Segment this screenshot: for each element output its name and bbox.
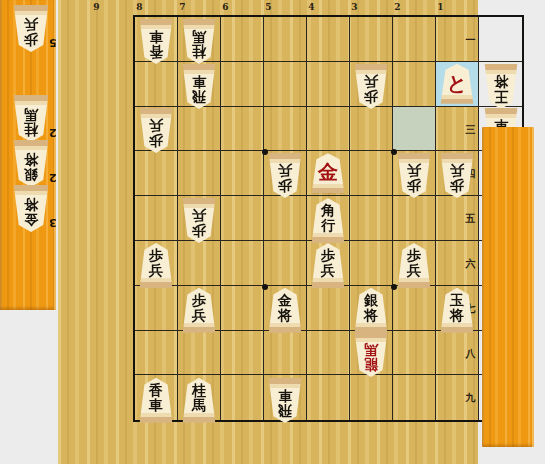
piece-kanji: 兵 [450,163,464,178]
piece-sente-lance[interactable]: 香車 [139,378,173,423]
piece-gote-silver[interactable]: 銀将 [13,140,49,187]
square-2d[interactable]: 歩兵 [436,151,479,196]
piece-gote-knight[interactable]: 桂馬 [182,19,216,64]
square-6d[interactable]: 歩兵 [264,151,307,196]
square-9e[interactable] [135,196,178,241]
piece-kanji: 将 [494,74,508,89]
piece-kanji: 歩 [364,89,378,104]
square-3i[interactable] [393,375,436,420]
square-6c[interactable] [264,107,307,152]
square-9f[interactable]: 歩兵 [135,241,178,286]
piece-gote-pawn[interactable]: 歩兵 [397,153,431,198]
piece-kanji: 金 [24,212,38,227]
piece-gote-pawn[interactable]: 歩兵 [354,64,388,109]
piece-gote-rook[interactable]: 飛車 [268,378,302,423]
piece-kanji: 将 [24,152,38,167]
piece-gote-king[interactable]: 王将 [484,64,518,109]
square-5e[interactable]: 角行 [307,196,350,241]
square-8g[interactable]: 歩兵 [178,286,221,331]
square-4i[interactable] [350,375,393,420]
star-point [262,284,268,290]
piece-kanji: 歩 [192,293,206,308]
piece-kanji: 香 [149,44,163,59]
piece-sente-pawn[interactable]: 歩兵 [311,243,345,288]
square-6a[interactable] [264,17,307,62]
square-3h[interactable] [393,331,436,376]
piece-kanji: 兵 [192,208,206,223]
shogi-board-panel: 987654321 一二三四五六七八九 香車桂馬飛車歩兵と王将歩兵香車歩兵金歩兵… [58,0,478,464]
file-label-7: 7 [161,2,204,12]
square-2c[interactable] [436,107,479,152]
piece-sente-pawn[interactable]: 歩兵 [139,243,173,288]
piece-gote-horse[interactable]: 龍馬 [354,332,388,377]
square-5a[interactable] [307,17,350,62]
piece-kanji: 香 [149,383,163,398]
square-3b[interactable] [393,62,436,107]
square-6g[interactable]: 金将 [264,286,307,331]
square-7a[interactable] [221,17,264,62]
square-5g[interactable] [307,286,350,331]
piece-kanji: 将 [364,308,378,323]
piece-kanji: 銀 [364,293,378,308]
piece-kanji: 歩 [149,133,163,148]
square-6h[interactable] [264,331,307,376]
star-point [391,284,397,290]
square-4f[interactable] [350,241,393,286]
piece-gote-pawn[interactable]: 歩兵 [182,198,216,243]
piece-kanji: 金 [318,162,338,182]
square-5i[interactable] [307,375,350,420]
square-9a[interactable]: 香車 [135,17,178,62]
square-9h[interactable] [135,331,178,376]
square-6e[interactable] [264,196,307,241]
square-9d[interactable] [135,151,178,196]
piece-kanji: 兵 [149,118,163,133]
piece-kanji: 車 [192,74,206,89]
square-2i[interactable] [436,375,479,420]
piece-kanji: 桂 [192,383,206,398]
square-9c[interactable]: 歩兵 [135,107,178,152]
piece-kanji: 角 [321,203,335,218]
piece-kanji: 将 [278,308,292,323]
gote-hand-pawn-count: 5 [49,36,57,49]
piece-gote-pawn[interactable]: 歩兵 [440,153,474,198]
square-4h[interactable]: 龍馬 [350,331,393,376]
file-label-8: 8 [118,2,161,12]
piece-kanji: 兵 [192,308,206,323]
square-6f[interactable] [264,241,307,286]
piece-kanji: 兵 [24,17,38,32]
square-4b[interactable]: 歩兵 [350,62,393,107]
board-grid: 香車桂馬飛車歩兵と王将歩兵香車歩兵金歩兵歩兵歩兵歩兵角行歩兵歩兵歩兵歩兵歩兵金将… [133,15,524,422]
square-2f[interactable] [436,241,479,286]
square-3c[interactable] [393,107,436,152]
square-8d[interactable] [178,151,221,196]
file-label-4: 4 [290,2,333,12]
square-8e[interactable]: 歩兵 [178,196,221,241]
piece-kanji: 玉 [450,293,464,308]
gote-hand-knight[interactable]: 桂馬2 [10,94,56,138]
piece-gote-gold[interactable]: 金将 [13,185,49,232]
file-label-3: 3 [333,2,376,12]
piece-kanji: 兵 [407,263,421,278]
piece-kanji: 金 [278,293,292,308]
piece-kanji: 馬 [24,107,38,122]
piece-gote-pawn[interactable]: 歩兵 [268,153,302,198]
square-3d[interactable]: 歩兵 [393,151,436,196]
square-5h[interactable] [307,331,350,376]
piece-gote-knight[interactable]: 桂馬 [13,95,49,142]
piece-sente-gold[interactable]: 金将 [268,288,302,333]
square-5d[interactable]: 金 [307,151,350,196]
square-8f[interactable] [178,241,221,286]
square-8c[interactable] [178,107,221,152]
sente-captured-pieces-stand [482,127,534,447]
piece-sente-bishop[interactable]: 角行 [311,198,345,243]
piece-sente-promoted-silver[interactable]: 金 [311,153,345,193]
square-2a[interactable] [436,17,479,62]
piece-kanji: 王 [494,89,508,104]
piece-kanji: 行 [321,218,335,233]
file-label-5: 5 [247,2,290,12]
square-6b[interactable] [264,62,307,107]
square-4d[interactable] [350,151,393,196]
square-3a[interactable] [393,17,436,62]
square-1b[interactable]: 王将 [479,62,522,107]
square-7b[interactable] [221,62,264,107]
piece-kanji: 歩 [149,248,163,263]
square-8b[interactable]: 飛車 [178,62,221,107]
square-4e[interactable] [350,196,393,241]
piece-kanji: 飛 [192,89,206,104]
piece-kanji: 馬 [192,398,206,413]
piece-kanji: 車 [278,388,292,403]
piece-kanji: 桂 [24,122,38,137]
piece-kanji: 銀 [24,167,38,182]
piece-sente-silver[interactable]: 銀将 [354,288,388,333]
square-8h[interactable] [178,331,221,376]
gote-hand-pawn[interactable]: 歩兵5 [10,4,56,48]
piece-kanji: 兵 [364,74,378,89]
square-3f[interactable]: 歩兵 [393,241,436,286]
square-2h[interactable] [436,331,479,376]
gote-hand-silver-count: 2 [49,171,57,184]
gote-captured-pieces-stand: 歩兵5桂馬2銀将2金将3 [0,0,56,310]
piece-kanji: 歩 [450,178,464,193]
square-3g[interactable] [393,286,436,331]
piece-kanji: 歩 [24,32,38,47]
square-6i[interactable]: 飛車 [264,375,307,420]
square-7f[interactable] [221,241,264,286]
piece-kanji: と [447,73,467,93]
square-4g[interactable]: 銀将 [350,286,393,331]
gote-hand-silver[interactable]: 銀将2 [10,139,56,183]
file-label-2: 2 [376,2,419,12]
file-label-1: 1 [419,2,462,12]
piece-sente-tokin[interactable]: と [440,64,474,104]
piece-sente-king[interactable]: 玉将 [440,288,474,333]
square-2b[interactable]: と [436,62,479,107]
gote-hand-knight-count: 2 [49,126,57,139]
square-7e[interactable] [221,196,264,241]
piece-kanji: 兵 [321,263,335,278]
square-5f[interactable]: 歩兵 [307,241,350,286]
square-8i[interactable]: 桂馬 [178,375,221,420]
square-7h[interactable] [221,331,264,376]
piece-gote-rook[interactable]: 飛車 [182,64,216,109]
piece-kanji: 将 [450,308,464,323]
square-5b[interactable] [307,62,350,107]
piece-gote-pawn[interactable]: 歩兵 [139,108,173,153]
piece-gote-lance[interactable]: 香車 [139,19,173,64]
piece-kanji: 馬 [192,29,206,44]
piece-kanji: 歩 [407,178,421,193]
piece-kanji: 兵 [407,163,421,178]
square-2g[interactable]: 玉将 [436,286,479,331]
piece-kanji: 馬 [364,342,378,357]
piece-kanji: 桂 [192,44,206,59]
piece-kanji: 将 [24,197,38,212]
piece-kanji: 歩 [192,223,206,238]
gote-hand-gold[interactable]: 金将3 [10,184,56,228]
file-label-9: 9 [75,2,118,12]
piece-kanji: 歩 [278,178,292,193]
piece-kanji: 歩 [321,248,335,263]
piece-gote-pawn[interactable]: 歩兵 [13,5,49,52]
square-9g[interactable] [135,286,178,331]
square-9b[interactable] [135,62,178,107]
square-5c[interactable] [307,107,350,152]
square-7i[interactable] [221,375,264,420]
piece-kanji: 兵 [278,163,292,178]
square-1a[interactable] [479,17,522,62]
piece-kanji: 飛 [278,403,292,418]
square-9i[interactable]: 香車 [135,375,178,420]
square-7c[interactable] [221,107,264,152]
square-3e[interactable] [393,196,436,241]
piece-kanji: 歩 [407,248,421,263]
file-label-6: 6 [204,2,247,12]
piece-kanji: 車 [149,398,163,413]
piece-kanji: 兵 [149,263,163,278]
piece-sente-pawn[interactable]: 歩兵 [397,243,431,288]
square-4a[interactable] [350,17,393,62]
piece-sente-pawn[interactable]: 歩兵 [182,288,216,333]
square-7d[interactable] [221,151,264,196]
gote-hand-gold-count: 3 [49,216,57,229]
square-2e[interactable] [436,196,479,241]
square-4c[interactable] [350,107,393,152]
piece-kanji: 車 [149,29,163,44]
square-8a[interactable]: 桂馬 [178,17,221,62]
piece-kanji: 龍 [364,357,378,372]
piece-sente-knight[interactable]: 桂馬 [182,378,216,423]
square-7g[interactable] [221,286,264,331]
